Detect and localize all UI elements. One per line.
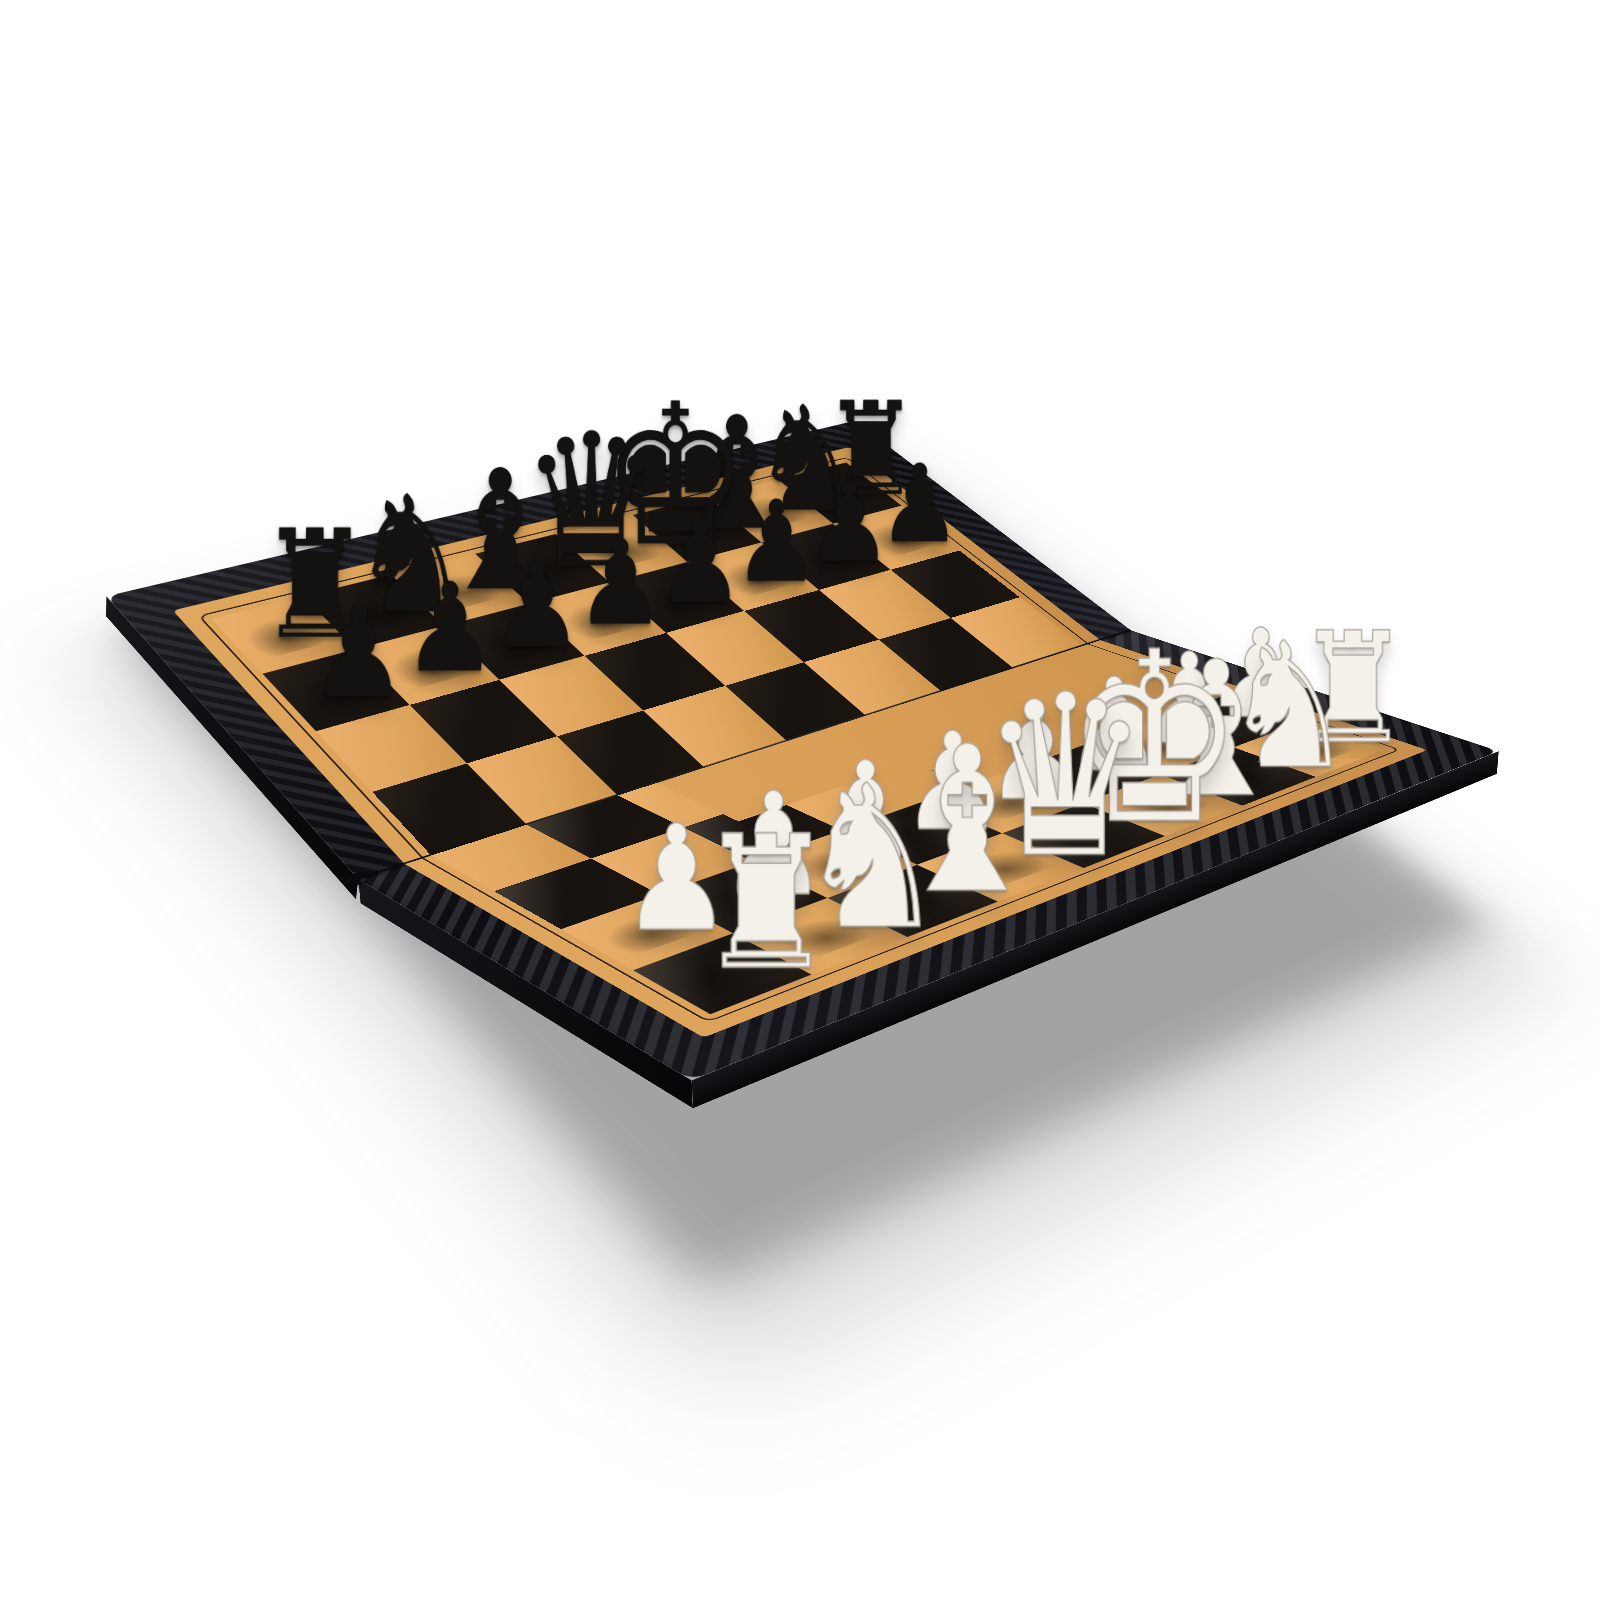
chess-board: ♜♞♝♛♚♝♞♜♟♟♟♟♟♟♟♟ ♟♟♟♟♟♟♟♟♜♞♝♛♚♝♞♜ <box>106 421 1467 1241</box>
photo-scene: ♜♞♝♛♚♝♞♜♟♟♟♟♟♟♟♟ ♟♟♟♟♟♟♟♟♜♞♝♛♚♝♞♜ <box>0 0 1600 1600</box>
